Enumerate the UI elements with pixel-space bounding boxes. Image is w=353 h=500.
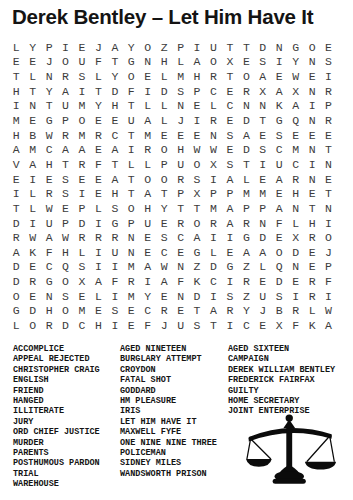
grid-cell: Q: [57, 260, 73, 275]
grid-cell: C: [222, 99, 238, 114]
grid-cell: H: [189, 69, 205, 84]
grid-cell: G: [123, 55, 139, 70]
grid-cell: N: [304, 172, 320, 187]
grid-cell: S: [57, 186, 73, 201]
grid-cell: E: [189, 99, 205, 114]
grid-cell: L: [24, 186, 40, 201]
grid-cell: T: [172, 201, 188, 216]
grid-cell: A: [8, 245, 24, 260]
word-list-column-3: AGED SIXTEENCAMPAIGNDEREK WILLIAM BENTLE…: [228, 344, 335, 417]
grid-cell: T: [107, 157, 123, 172]
grid-cell: E: [24, 260, 40, 275]
grid-cell: C: [156, 245, 172, 260]
grid-cell: E: [222, 113, 238, 128]
grid-cell: H: [8, 128, 24, 143]
grid-cell: T: [222, 40, 238, 55]
grid-cell: P: [320, 260, 336, 275]
grid-cell: E: [320, 128, 336, 143]
grid-cell: I: [189, 113, 205, 128]
grid-cell: N: [255, 216, 271, 231]
grid-cell: P: [57, 216, 73, 231]
grid-cell: O: [57, 55, 73, 70]
grid-cell: K: [189, 274, 205, 289]
grid-cell: H: [8, 84, 24, 99]
grid-cell: E: [271, 69, 287, 84]
grid-cell: W: [205, 142, 221, 157]
grid-cell: E: [8, 55, 24, 70]
grid-cell: C: [41, 142, 57, 157]
grid-cell: P: [255, 201, 271, 216]
word-list-item: GODDARD: [120, 386, 217, 396]
grid-cell: N: [123, 245, 139, 260]
grid-cell: L: [304, 304, 320, 319]
grid-cell: B: [271, 304, 287, 319]
grid-cell: E: [74, 40, 90, 55]
grid-cell: D: [57, 318, 73, 333]
grid-cell: A: [140, 186, 156, 201]
grid-cell: Y: [123, 40, 139, 55]
grid-cell: E: [255, 318, 271, 333]
grid-cell: L: [255, 260, 271, 275]
grid-cell: R: [238, 84, 254, 99]
grid-cell: R: [222, 304, 238, 319]
grid-cell: A: [287, 99, 303, 114]
grid-cell: O: [123, 201, 139, 216]
grid-cell: A: [320, 318, 336, 333]
grid-cell: E: [156, 216, 172, 231]
grid-cell: X: [189, 186, 205, 201]
grid-cell: G: [222, 260, 238, 275]
grid-cell: C: [287, 157, 303, 172]
word-list-item: DEREK WILLIAM BENTLEY: [228, 365, 335, 375]
grid-cell: Y: [140, 289, 156, 304]
grid-cell: R: [90, 128, 106, 143]
grid-cell: F: [140, 318, 156, 333]
grid-cell: P: [156, 157, 172, 172]
grid-cell: T: [123, 128, 139, 143]
grid-cell: O: [8, 289, 24, 304]
grid-cell: A: [8, 142, 24, 157]
grid-cell: F: [172, 274, 188, 289]
word-list-item: CHRISTOPHER CRAIG: [13, 365, 100, 375]
word-list-item: TRIAL: [13, 469, 100, 479]
grid-cell: L: [8, 318, 24, 333]
grid-cell: A: [222, 201, 238, 216]
grid-cell: E: [57, 201, 73, 216]
grid-cell: G: [41, 113, 57, 128]
grid-cell: I: [90, 245, 106, 260]
word-list-column-2: AGED NINETEENBURGLARY ATTEMPTCROYDONFATA…: [120, 344, 217, 479]
grid-cell: X: [222, 55, 238, 70]
grid-cell: N: [41, 289, 57, 304]
word-list-item: FREDERICK FAIRFAX: [228, 375, 335, 385]
grid-cell: S: [222, 289, 238, 304]
grid-cell: I: [140, 274, 156, 289]
grid-cell: I: [90, 260, 106, 275]
grid-cell: B: [24, 128, 40, 143]
grid-cell: R: [41, 186, 57, 201]
grid-cell: S: [222, 157, 238, 172]
grid-cell: M: [172, 69, 188, 84]
grid-cell: T: [320, 142, 336, 157]
grid-cell: I: [107, 318, 123, 333]
grid-cell: U: [140, 216, 156, 231]
grid-cell: R: [238, 216, 254, 231]
grid-cell: O: [189, 216, 205, 231]
word-list-item: FATAL SHOT: [120, 375, 217, 385]
grid-cell: K: [304, 318, 320, 333]
grid-cell: E: [320, 40, 336, 55]
grid-cell: Z: [156, 40, 172, 55]
grid-cell: G: [238, 230, 254, 245]
grid-cell: S: [189, 172, 205, 187]
grid-cell: O: [57, 274, 73, 289]
grid-cell: R: [8, 230, 24, 245]
grid-cell: E: [156, 289, 172, 304]
grid-cell: R: [74, 157, 90, 172]
grid-cell: Y: [287, 55, 303, 70]
word-list-item: PARENTS: [13, 448, 100, 458]
grid-cell: E: [255, 128, 271, 143]
grid-cell: N: [238, 99, 254, 114]
word-list-item: IRIS: [120, 406, 217, 416]
grid-cell: J: [172, 113, 188, 128]
grid-cell: R: [287, 172, 303, 187]
grid-cell: A: [41, 230, 57, 245]
grid-cell: G: [8, 304, 24, 319]
grid-cell: S: [320, 55, 336, 70]
grid-cell: G: [287, 40, 303, 55]
grid-cell: M: [74, 128, 90, 143]
grid-cell: F: [90, 157, 106, 172]
grid-cell: W: [320, 304, 336, 319]
grid-cell: O: [123, 69, 139, 84]
grid-cell: T: [41, 99, 57, 114]
grid-cell: N: [140, 55, 156, 70]
word-list-item: MURDER: [13, 438, 100, 448]
grid-cell: A: [189, 55, 205, 70]
grid-cell: C: [107, 128, 123, 143]
grid-cell: S: [57, 289, 73, 304]
grid-cell: D: [238, 113, 254, 128]
grid-cell: E: [123, 318, 139, 333]
grid-cell: I: [107, 260, 123, 275]
grid-cell: H: [140, 201, 156, 216]
grid-cell: C: [271, 142, 287, 157]
grid-cell: O: [238, 69, 254, 84]
grid-cell: W: [24, 230, 40, 245]
grid-cell: O: [140, 40, 156, 55]
grid-cell: A: [222, 216, 238, 231]
grid-cell: G: [107, 216, 123, 231]
grid-cell: R: [205, 69, 221, 84]
word-list-item: ENGLISH: [13, 375, 100, 385]
word-list-item: POSTHUMOUS PARDON: [13, 458, 100, 468]
grid-cell: D: [271, 274, 287, 289]
word-list-item: ONE NINE NINE THREE: [120, 438, 217, 448]
word-list-item: HM PLEASURE: [120, 396, 217, 406]
grid-cell: O: [24, 318, 40, 333]
grid-cell: A: [255, 69, 271, 84]
grid-cell: M: [123, 260, 139, 275]
grid-cell: P: [189, 84, 205, 99]
grid-cell: N: [123, 230, 139, 245]
grid-cell: T: [238, 157, 254, 172]
grid-cell: E: [172, 128, 188, 143]
grid-cell: G: [41, 274, 57, 289]
grid-cell: F: [107, 274, 123, 289]
word-list-column-1: ACCOMPLICEAPPEAL REJECTEDCHRISTOPHER CRA…: [13, 344, 100, 490]
grid-cell: R: [156, 304, 172, 319]
grid-cell: W: [57, 230, 73, 245]
grid-cell: E: [172, 304, 188, 319]
word-list-item: LET HIM HAVE IT: [120, 417, 217, 427]
grid-cell: A: [222, 172, 238, 187]
grid-cell: D: [24, 304, 40, 319]
grid-cell: T: [123, 186, 139, 201]
grid-cell: Y: [24, 40, 40, 55]
word-list-item: SIDNEY MILES: [120, 458, 217, 468]
grid-cell: E: [24, 113, 40, 128]
grid-cell: A: [140, 113, 156, 128]
grid-cell: R: [24, 274, 40, 289]
word-list-item: ACCOMPLICE: [13, 344, 100, 354]
grid-cell: R: [123, 274, 139, 289]
grid-cell: I: [107, 289, 123, 304]
grid-cell: O: [74, 113, 90, 128]
grid-cell: M: [205, 201, 221, 216]
grid-cell: X: [255, 84, 271, 99]
grid-cell: D: [255, 230, 271, 245]
grid-cell: V: [8, 157, 24, 172]
scales-of-justice-icon: [246, 413, 338, 485]
grid-cell: L: [123, 157, 139, 172]
grid-cell: H: [304, 216, 320, 231]
grid-cell: I: [271, 55, 287, 70]
grid-cell: N: [172, 99, 188, 114]
grid-cell: D: [156, 84, 172, 99]
grid-cell: N: [320, 157, 336, 172]
grid-cell: T: [57, 157, 73, 172]
grid-cell: R: [172, 172, 188, 187]
grid-cell: S: [255, 55, 271, 70]
grid-cell: E: [304, 69, 320, 84]
grid-cell: Z: [189, 260, 205, 275]
grid-cell: U: [74, 55, 90, 70]
grid-cell: J: [255, 304, 271, 319]
grid-cell: D: [8, 274, 24, 289]
grid-cell: X: [287, 84, 303, 99]
grid-cell: R: [74, 230, 90, 245]
grid-cell: D: [8, 216, 24, 231]
grid-cell: M: [24, 142, 40, 157]
grid-cell: X: [74, 274, 90, 289]
grid-cell: E: [304, 245, 320, 260]
grid-cell: R: [205, 216, 221, 231]
grid-cell: R: [90, 230, 106, 245]
grid-cell: N: [304, 55, 320, 70]
grid-cell: X: [205, 157, 221, 172]
grid-cell: N: [304, 113, 320, 128]
grid-cell: W: [41, 128, 57, 143]
grid-cell: C: [238, 318, 254, 333]
grid-cell: I: [222, 318, 238, 333]
grid-cell: R: [304, 289, 320, 304]
grid-cell: G: [189, 245, 205, 260]
grid-cell: U: [205, 40, 221, 55]
grid-cell: J: [90, 40, 106, 55]
grid-cell: L: [156, 99, 172, 114]
grid-cell: T: [8, 69, 24, 84]
grid-cell: H: [41, 304, 57, 319]
grid-cell: G: [271, 113, 287, 128]
grid-cell: E: [238, 55, 254, 70]
grid-cell: N: [24, 99, 40, 114]
grid-cell: R: [57, 69, 73, 84]
word-list-item: FRIEND: [13, 386, 100, 396]
grid-cell: R: [107, 230, 123, 245]
grid-cell: A: [140, 260, 156, 275]
grid-cell: I: [123, 142, 139, 157]
word-list-item: JURY: [13, 417, 100, 427]
grid-cell: L: [140, 99, 156, 114]
grid-cell: A: [57, 142, 73, 157]
word-list-item: WAREHOUSE: [13, 479, 100, 489]
grid-cell: S: [57, 172, 73, 187]
grid-cell: T: [189, 304, 205, 319]
word-list-item: GUILTY: [228, 386, 335, 396]
grid-cell: I: [320, 289, 336, 304]
grid-cell: R: [140, 142, 156, 157]
grid-cell: N: [320, 201, 336, 216]
word-list-item: BURGLARY ATTEMPT: [120, 354, 217, 364]
grid-cell: E: [90, 142, 106, 157]
grid-cell: A: [24, 157, 40, 172]
grid-cell: O: [140, 172, 156, 187]
grid-cell: S: [255, 142, 271, 157]
grid-cell: E: [222, 142, 238, 157]
grid-cell: Z: [238, 260, 254, 275]
grid-cell: P: [41, 40, 57, 55]
grid-cell: I: [8, 99, 24, 114]
grid-cell: H: [172, 142, 188, 157]
grid-cell: A: [107, 40, 123, 55]
grid-cell: R: [320, 84, 336, 99]
word-list-item: ILLITERATE: [13, 406, 100, 416]
grid-cell: D: [238, 142, 254, 157]
grid-cell: N: [271, 40, 287, 55]
grid-cell: C: [74, 318, 90, 333]
grid-cell: I: [8, 186, 24, 201]
grid-cell: C: [172, 230, 188, 245]
grid-cell: E: [271, 230, 287, 245]
grid-cell: P: [222, 186, 238, 201]
grid-cell: I: [255, 157, 271, 172]
grid-cell: E: [41, 172, 57, 187]
grid-cell: R: [304, 274, 320, 289]
grid-cell: E: [24, 289, 40, 304]
grid-cell: D: [107, 84, 123, 99]
grid-cell: A: [74, 142, 90, 157]
grid-cell: N: [304, 84, 320, 99]
grid-cell: E: [172, 245, 188, 260]
grid-cell: E: [140, 69, 156, 84]
grid-cell: R: [57, 128, 73, 143]
grid-cell: I: [320, 69, 336, 84]
grid-cell: H: [287, 186, 303, 201]
grid-cell: I: [304, 99, 320, 114]
grid-cell: R: [238, 274, 254, 289]
grid-cell: R: [304, 230, 320, 245]
grid-cell: L: [172, 55, 188, 70]
grid-cell: I: [74, 186, 90, 201]
grid-cell: A: [205, 304, 221, 319]
grid-cell: N: [205, 128, 221, 143]
grid-cell: J: [320, 245, 336, 260]
grid-cell: A: [90, 274, 106, 289]
grid-cell: P: [123, 216, 139, 231]
grid-cell: O: [156, 142, 172, 157]
grid-cell: P: [238, 201, 254, 216]
grid-cell: H: [107, 99, 123, 114]
grid-cell: E: [255, 274, 271, 289]
grid-cell: E: [304, 186, 320, 201]
grid-cell: I: [222, 274, 238, 289]
grid-cell: O: [271, 245, 287, 260]
grid-cell: F: [287, 318, 303, 333]
grid-cell: I: [90, 216, 106, 231]
grid-cell: D: [287, 245, 303, 260]
grid-cell: O: [320, 230, 336, 245]
grid-cell: N: [304, 142, 320, 157]
grid-cell: T: [238, 40, 254, 55]
word-list-item: WANDSWORTH PRISON: [120, 469, 217, 479]
grid-cell: U: [255, 289, 271, 304]
grid-cell: S: [107, 201, 123, 216]
grid-cell: E: [222, 84, 238, 99]
grid-cell: M: [287, 142, 303, 157]
grid-cell: A: [271, 172, 287, 187]
grid-cell: T: [90, 84, 106, 99]
grid-cell: Y: [238, 304, 254, 319]
grid-cell: E: [255, 172, 271, 187]
grid-cell: C: [205, 84, 221, 99]
grid-cell: K: [271, 99, 287, 114]
grid-cell: R: [172, 216, 188, 231]
grid-cell: T: [189, 201, 205, 216]
grid-cell: R: [205, 113, 221, 128]
grid-cell: X: [287, 230, 303, 245]
grid-cell: J: [41, 55, 57, 70]
grid-cell: L: [205, 99, 221, 114]
grid-cell: T: [123, 99, 139, 114]
word-search-grid: LYPIEJAYOZPIUTTDNGOEEEJOUFTGNHLAOXESIYNS…: [8, 40, 337, 333]
grid-cell: F: [271, 216, 287, 231]
grid-cell: E: [287, 128, 303, 143]
grid-cell: S: [222, 128, 238, 143]
grid-cell: X: [271, 318, 287, 333]
grid-cell: P: [172, 40, 188, 55]
grid-cell: M: [8, 113, 24, 128]
grid-cell: E: [90, 172, 106, 187]
grid-cell: O: [205, 55, 221, 70]
grid-cell: L: [90, 289, 106, 304]
grid-cell: R: [320, 113, 336, 128]
grid-cell: T: [320, 186, 336, 201]
grid-cell: D: [189, 289, 205, 304]
grid-cell: C: [41, 260, 57, 275]
grid-cell: H: [41, 157, 57, 172]
